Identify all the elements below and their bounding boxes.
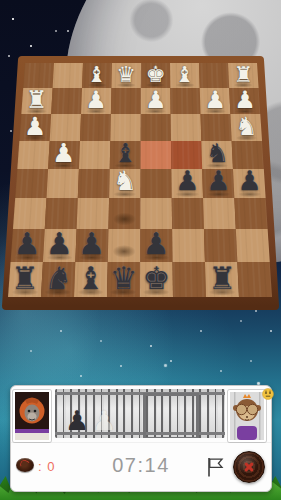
- piece-white-n-h3[interactable]: ♞: [235, 114, 257, 139]
- piece-white-r-a2[interactable]: ♜: [26, 88, 48, 112]
- piece-white-n-d5[interactable]: ♞: [113, 168, 137, 195]
- piece-white-p-b4[interactable]: ♟: [52, 141, 75, 167]
- piece-black-p-g5[interactable]: ♟: [206, 168, 230, 195]
- player-left-avatar[interactable]: [13, 390, 51, 442]
- piece-black-b-c8[interactable]: ♝: [77, 263, 105, 294]
- jail-rail-top: [55, 392, 225, 395]
- piece-black-p-b7[interactable]: ♟: [46, 229, 73, 259]
- piece-black-p-c7[interactable]: ♟: [78, 229, 105, 259]
- captured-pieces-jail: ♟♟: [55, 389, 225, 438]
- piece-black-n-b8[interactable]: ♞: [44, 263, 72, 294]
- piece-white-p-c2[interactable]: ♟: [85, 88, 107, 112]
- see-no-evil-monkey-avatar-image: [230, 392, 264, 440]
- piece-white-p-e2[interactable]: ♟: [145, 88, 167, 112]
- captured-white-pawn: ♟: [92, 408, 116, 435]
- piece-black-r-g8[interactable]: ♜: [208, 263, 236, 294]
- orange-monkey-avatar-image: [15, 392, 49, 440]
- resign-flag-button[interactable]: [204, 455, 228, 479]
- game-status-panel: ♟♟: [10, 385, 272, 492]
- piece-black-k-e8[interactable]: ♚: [143, 263, 171, 294]
- score-counter: : 0: [38, 459, 55, 474]
- jail-door: [143, 393, 198, 438]
- piece-white-p-g2[interactable]: ♟: [204, 88, 226, 112]
- piece-white-q-d1[interactable]: ♛: [116, 64, 136, 86]
- neutral-face-emoji-icon: [262, 388, 274, 400]
- piece-black-q-d8[interactable]: ♛: [110, 263, 138, 294]
- chess-app-screen: ♝♛♚♝♜♜♟♟♟♟♟♞♟♝♞♞♟♟♟♟♟♟♟♜♞♝♛♚♜ ♟♟: [0, 0, 281, 500]
- captured-black-pawn: ♟: [65, 408, 89, 435]
- coin-icon: [16, 458, 34, 472]
- piece-white-k-e1[interactable]: ♚: [146, 64, 166, 86]
- player-right-avatar[interactable]: [228, 390, 266, 442]
- piece-white-p-h2[interactable]: ♟: [234, 88, 256, 112]
- piece-white-b-c1[interactable]: ♝: [87, 64, 107, 86]
- menu-knob-button[interactable]: [233, 451, 265, 483]
- piece-black-p-h5[interactable]: ♟: [238, 168, 262, 195]
- piece-white-p-a3[interactable]: ♟: [24, 114, 46, 139]
- piece-black-n-g4[interactable]: ♞: [206, 141, 229, 167]
- game-timer: 07:14: [112, 454, 170, 477]
- piece-black-p-f5[interactable]: ♟: [175, 168, 199, 195]
- piece-black-p-e7[interactable]: ♟: [143, 229, 170, 259]
- hud-row: : 0 07:14: [11, 442, 271, 491]
- piece-white-r-h1[interactable]: ♜: [234, 64, 254, 86]
- piece-white-b-f1[interactable]: ♝: [175, 64, 195, 86]
- piece-black-r-a8[interactable]: ♜: [11, 263, 39, 294]
- piece-black-p-a7[interactable]: ♟: [14, 229, 41, 259]
- piece-black-b-d4[interactable]: ♝: [114, 141, 137, 167]
